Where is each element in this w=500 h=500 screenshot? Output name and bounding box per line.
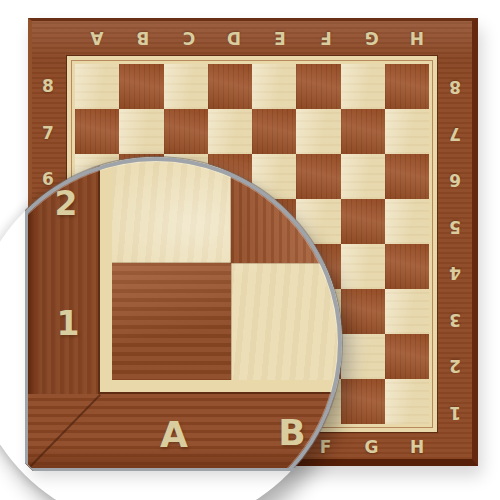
magnifier-inset: 2 1 A B	[0, 0, 500, 500]
magnifier-rim-left-edge	[25, 211, 28, 464]
magnified-square-b2	[231, 157, 342, 263]
product-photo: ABCDEFGH ABCDEFGH 87654321 87654321 2 1 …	[0, 0, 500, 500]
magnifier-file-a-label: A	[142, 406, 206, 462]
magnified-field	[112, 157, 342, 380]
magnifier-rim-bottom-edge	[30, 468, 295, 471]
magnified-margin	[98, 157, 342, 394]
magnifier-rank-1-label: 1	[36, 295, 100, 351]
magnified-corner-view: 2 1 A B	[0, 157, 342, 500]
magnifier-file-b-label: B	[260, 404, 324, 460]
magnifier-rank-2-label: 2	[34, 175, 98, 231]
magnified-square-a1	[112, 263, 231, 380]
